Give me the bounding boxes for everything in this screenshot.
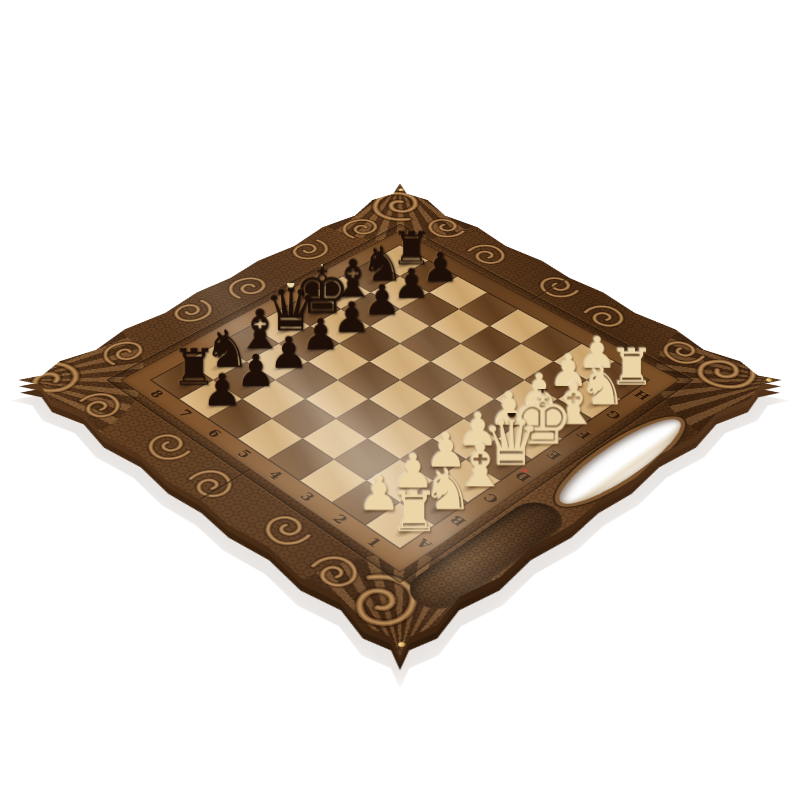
hinge-seam xyxy=(530,274,575,301)
chess-case: ABCDEFGH12345678 ♜♞♝♛●♚+♝♞♜♟♟♟♟♟♟♟♟♟♟♟♟♟… xyxy=(18,183,782,656)
king-finial: + xyxy=(536,379,548,394)
carving-scroll-icon xyxy=(6,357,111,393)
black-pawn-glyph: ♟ xyxy=(236,351,276,391)
carving-scroll-icon xyxy=(366,180,419,224)
black-pawn-glyph: ♟ xyxy=(202,370,242,410)
product-photo-scene: ABCDEFGH12345678 ♜♞♝♛●♚+♝♞♜♟♟♟♟♟♟♟♟♟♟♟♟♟… xyxy=(0,0,800,800)
king-finial: + xyxy=(316,255,327,268)
brass-pin xyxy=(397,641,407,648)
brass-pin xyxy=(398,188,405,192)
white-rook-glyph: ♜ xyxy=(389,488,439,538)
queen-finial: ● xyxy=(287,278,295,288)
queen-finial: ● xyxy=(507,407,516,418)
brass-pin xyxy=(765,377,773,382)
hinge-seam xyxy=(192,469,252,505)
